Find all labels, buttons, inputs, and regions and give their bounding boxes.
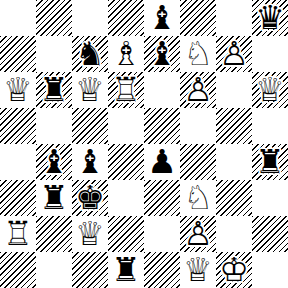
- square-f4[interactable]: [180, 144, 216, 180]
- piece-white-pawn-f2[interactable]: ♟♙: [180, 216, 216, 252]
- square-a8[interactable]: [0, 0, 36, 36]
- white-king-glyph-icon: ♔: [216, 252, 252, 288]
- square-g2[interactable]: [216, 216, 252, 252]
- square-f1[interactable]: ♛♕: [180, 252, 216, 288]
- white-pawn-glyph-icon: ♙: [180, 216, 216, 252]
- square-e1[interactable]: [144, 252, 180, 288]
- black-bishop-glyph-icon: ♝: [144, 36, 180, 72]
- white-queen-glyph-icon: ♕: [252, 72, 288, 108]
- square-b3[interactable]: ♜♜: [36, 180, 72, 216]
- square-g6[interactable]: [216, 72, 252, 108]
- piece-black-rook-d1[interactable]: ♜♜: [108, 252, 144, 288]
- white-rook-glyph-icon: ♖: [108, 72, 144, 108]
- square-d2[interactable]: [108, 216, 144, 252]
- white-rook-glyph-icon: ♖: [0, 216, 36, 252]
- square-h4[interactable]: ♜♜: [252, 144, 288, 180]
- square-g7[interactable]: ♟♙: [216, 36, 252, 72]
- piece-black-bishop-e7[interactable]: ♝♝: [144, 36, 180, 72]
- square-e7[interactable]: ♝♝: [144, 36, 180, 72]
- square-b5[interactable]: [36, 108, 72, 144]
- square-f5[interactable]: [180, 108, 216, 144]
- black-bishop-glyph-icon: ♝: [144, 0, 180, 36]
- square-h2[interactable]: [252, 216, 288, 252]
- piece-black-bishop-e8[interactable]: ♝♝: [144, 0, 180, 36]
- square-e6[interactable]: [144, 72, 180, 108]
- square-e3[interactable]: [144, 180, 180, 216]
- square-b7[interactable]: [36, 36, 72, 72]
- square-c1[interactable]: [72, 252, 108, 288]
- square-g1[interactable]: ♚♔: [216, 252, 252, 288]
- square-e2[interactable]: [144, 216, 180, 252]
- piece-white-queen-c2[interactable]: ♛♕: [72, 216, 108, 252]
- white-queen-glyph-icon: ♕: [0, 72, 36, 108]
- square-d1[interactable]: ♜♜: [108, 252, 144, 288]
- square-h3[interactable]: [252, 180, 288, 216]
- square-h7[interactable]: [252, 36, 288, 72]
- piece-white-rook-a2[interactable]: ♜♖: [0, 216, 36, 252]
- piece-white-queen-f1[interactable]: ♛♕: [180, 252, 216, 288]
- piece-black-king-c3[interactable]: ♚♚: [72, 180, 108, 216]
- white-queen-glyph-icon: ♕: [180, 252, 216, 288]
- square-d8[interactable]: [108, 0, 144, 36]
- piece-black-bishop-b4[interactable]: ♝♝: [36, 144, 72, 180]
- white-pawn-glyph-icon: ♙: [216, 36, 252, 72]
- square-f8[interactable]: [180, 0, 216, 36]
- square-c4[interactable]: ♝♝: [72, 144, 108, 180]
- square-b4[interactable]: ♝♝: [36, 144, 72, 180]
- piece-black-rook-b3[interactable]: ♜♜: [36, 180, 72, 216]
- white-pawn-glyph-icon: ♙: [180, 72, 216, 108]
- square-b2[interactable]: [36, 216, 72, 252]
- square-g3[interactable]: [216, 180, 252, 216]
- square-e4[interactable]: ♟♟: [144, 144, 180, 180]
- square-a6[interactable]: ♛♕: [0, 72, 36, 108]
- square-a2[interactable]: ♜♖: [0, 216, 36, 252]
- piece-white-knight-f3[interactable]: ♞♘: [180, 180, 216, 216]
- square-c5[interactable]: [72, 108, 108, 144]
- square-f3[interactable]: ♞♘: [180, 180, 216, 216]
- piece-white-king-g1[interactable]: ♚♔: [216, 252, 252, 288]
- piece-black-pawn-e4[interactable]: ♟♟: [144, 144, 180, 180]
- white-knight-glyph-icon: ♘: [180, 36, 216, 72]
- square-a5[interactable]: [0, 108, 36, 144]
- square-f7[interactable]: ♞♘: [180, 36, 216, 72]
- square-h5[interactable]: [252, 108, 288, 144]
- square-c2[interactable]: ♛♕: [72, 216, 108, 252]
- square-f2[interactable]: ♟♙: [180, 216, 216, 252]
- piece-black-queen-h8[interactable]: ♛♛: [252, 0, 288, 36]
- square-c8[interactable]: [72, 0, 108, 36]
- piece-white-queen-a6[interactable]: ♛♕: [0, 72, 36, 108]
- square-d5[interactable]: [108, 108, 144, 144]
- white-knight-glyph-icon: ♘: [180, 180, 216, 216]
- black-queen-glyph-icon: ♛: [252, 0, 288, 36]
- square-h6[interactable]: ♛♕: [252, 72, 288, 108]
- black-bishop-glyph-icon: ♝: [72, 144, 108, 180]
- square-b1[interactable]: [36, 252, 72, 288]
- piece-white-bishop-d7[interactable]: ♝♗: [108, 36, 144, 72]
- square-c3[interactable]: ♚♚: [72, 180, 108, 216]
- piece-black-rook-h4[interactable]: ♜♜: [252, 144, 288, 180]
- black-knight-glyph-icon: ♞: [72, 36, 108, 72]
- square-g8[interactable]: [216, 0, 252, 36]
- square-d6[interactable]: ♜♖: [108, 72, 144, 108]
- piece-white-queen-h6[interactable]: ♛♕: [252, 72, 288, 108]
- black-bishop-glyph-icon: ♝: [36, 144, 72, 180]
- black-rook-glyph-icon: ♜: [36, 72, 72, 108]
- square-g4[interactable]: [216, 144, 252, 180]
- white-queen-glyph-icon: ♕: [72, 72, 108, 108]
- square-e8[interactable]: ♝♝: [144, 0, 180, 36]
- black-rook-glyph-icon: ♜: [36, 180, 72, 216]
- square-a1[interactable]: [0, 252, 36, 288]
- square-a3[interactable]: [0, 180, 36, 216]
- black-pawn-glyph-icon: ♟: [144, 144, 180, 180]
- square-c7[interactable]: ♞♞: [72, 36, 108, 72]
- square-h8[interactable]: ♛♛: [252, 0, 288, 36]
- piece-white-rook-d6[interactable]: ♜♖: [108, 72, 144, 108]
- white-bishop-glyph-icon: ♗: [108, 36, 144, 72]
- square-b6[interactable]: ♜♜: [36, 72, 72, 108]
- square-c6[interactable]: ♛♕: [72, 72, 108, 108]
- square-d7[interactable]: ♝♗: [108, 36, 144, 72]
- piece-white-pawn-g7[interactable]: ♟♙: [216, 36, 252, 72]
- black-rook-glyph-icon: ♜: [252, 144, 288, 180]
- white-queen-glyph-icon: ♕: [72, 216, 108, 252]
- piece-white-pawn-f6[interactable]: ♟♙: [180, 72, 216, 108]
- square-d3[interactable]: [108, 180, 144, 216]
- chessboard: ♝♝♛♛♞♞♝♗♝♝♞♘♟♙♛♕♜♜♛♕♜♖♟♙♛♕♝♝♝♝♟♟♜♜♜♜♚♚♞♘…: [0, 0, 288, 288]
- square-h1[interactable]: [252, 252, 288, 288]
- square-a7[interactable]: [0, 36, 36, 72]
- piece-black-bishop-c4[interactable]: ♝♝: [72, 144, 108, 180]
- black-king-glyph-icon: ♚: [72, 180, 108, 216]
- square-e5[interactable]: [144, 108, 180, 144]
- piece-black-rook-b6[interactable]: ♜♜: [36, 72, 72, 108]
- square-d4[interactable]: [108, 144, 144, 180]
- piece-black-knight-c7[interactable]: ♞♞: [72, 36, 108, 72]
- square-a4[interactable]: [0, 144, 36, 180]
- square-g5[interactable]: [216, 108, 252, 144]
- piece-white-queen-c6[interactable]: ♛♕: [72, 72, 108, 108]
- square-f6[interactable]: ♟♙: [180, 72, 216, 108]
- black-rook-glyph-icon: ♜: [108, 252, 144, 288]
- piece-white-knight-f7[interactable]: ♞♘: [180, 36, 216, 72]
- square-b8[interactable]: [36, 0, 72, 36]
